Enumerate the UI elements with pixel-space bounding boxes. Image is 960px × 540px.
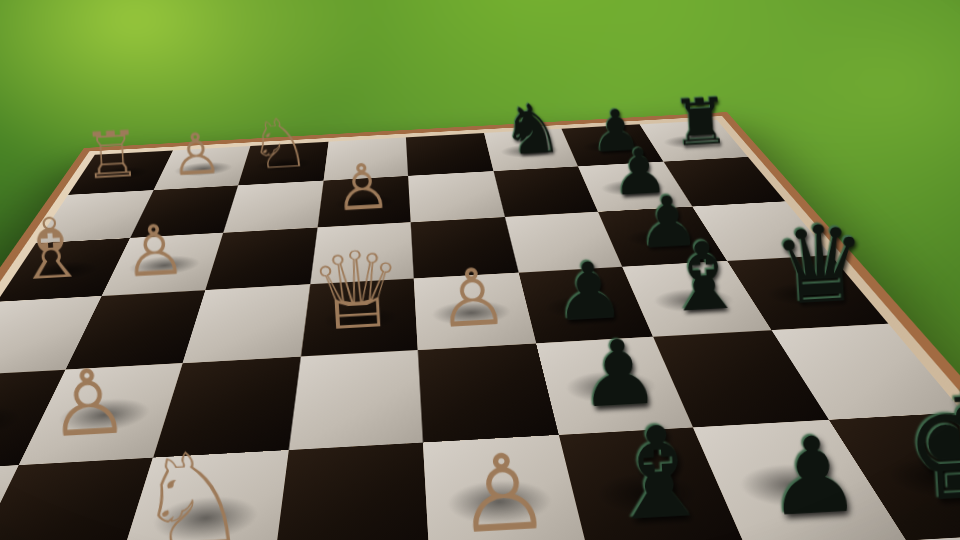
square-b5[interactable] — [408, 171, 504, 222]
square-b3[interactable] — [223, 181, 323, 233]
piece-black-rook-a8[interactable]: ♜ — [670, 89, 731, 156]
square-c3[interactable] — [205, 227, 317, 290]
piece-white-pawn-d5[interactable]: ♙ — [435, 256, 510, 339]
square-e5[interactable] — [418, 343, 558, 442]
chess-scene: ♖♙♘♞♟♜♙♟♗♙♟♕♙♟♝♛♔♙♟♗♘♙♝♟♚♙♜♟♞ — [0, 0, 960, 540]
square-f4[interactable] — [272, 442, 430, 540]
square-e4[interactable] — [288, 350, 423, 450]
square-a5[interactable] — [406, 133, 493, 176]
piece-black-pawn-d6[interactable]: ♟ — [551, 250, 626, 333]
piece-black-knight-a6[interactable]: ♞ — [499, 94, 564, 166]
square-f3[interactable]: ♘ — [113, 450, 288, 540]
piece-white-knight-a3[interactable]: ♘ — [247, 108, 312, 180]
square-d5[interactable]: ♙ — [414, 273, 536, 350]
square-d4[interactable]: ♕ — [300, 279, 418, 357]
piece-white-pawn-b4[interactable]: ♙ — [332, 154, 392, 220]
piece-black-bishop-f6[interactable]: ♝ — [598, 407, 718, 539]
board-perspective-wrapper: ♖♙♘♞♟♜♙♟♗♙♟♕♙♟♝♛♔♙♟♗♘♙♝♟♚♙♜♟♞ — [84, 112, 762, 540]
piece-white-bishop-c1[interactable]: ♗ — [11, 206, 90, 294]
piece-black-bishop-d7[interactable]: ♝ — [660, 228, 749, 327]
square-a3[interactable]: ♘ — [238, 142, 328, 186]
piece-white-pawn-f5[interactable]: ♙ — [453, 437, 553, 540]
square-b4[interactable]: ♙ — [317, 176, 411, 227]
piece-white-rook-a1[interactable]: ♖ — [82, 122, 143, 189]
piece-white-knight-f3[interactable]: ♘ — [133, 433, 253, 540]
piece-white-queen-d4[interactable]: ♕ — [306, 235, 407, 346]
piece-white-pawn-c2[interactable]: ♙ — [121, 214, 188, 287]
piece-black-queen-d8[interactable]: ♛ — [769, 209, 870, 320]
piece-black-king-f8[interactable]: ♚ — [898, 369, 960, 522]
piece-black-pawn-f7[interactable]: ♟ — [763, 419, 863, 530]
square-c2[interactable]: ♙ — [101, 232, 223, 296]
piece-white-pawn-a2[interactable]: ♙ — [169, 124, 223, 184]
piece-white-pawn-e2[interactable]: ♙ — [45, 356, 131, 451]
square-d8[interactable]: ♛ — [727, 255, 889, 330]
